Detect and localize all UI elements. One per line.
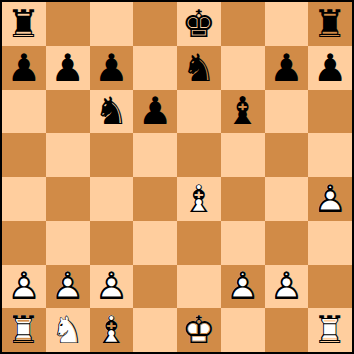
- square-c7[interactable]: ♟: [90, 46, 134, 90]
- black-knight[interactable]: ♞: [177, 46, 221, 90]
- square-g8[interactable]: [265, 2, 309, 46]
- square-a3[interactable]: [2, 221, 46, 265]
- square-a2[interactable]: ♟♙: [2, 265, 46, 309]
- square-h8[interactable]: ♜: [308, 2, 352, 46]
- square-h3[interactable]: [308, 221, 352, 265]
- square-h4[interactable]: ♟♙: [308, 177, 352, 221]
- white-knight[interactable]: ♞♘: [46, 308, 90, 352]
- square-d8[interactable]: [133, 2, 177, 46]
- white-pawn-outline-glyph: ♙: [308, 177, 352, 221]
- square-d7[interactable]: [133, 46, 177, 90]
- black-pawn-glyph: ♟: [265, 46, 309, 90]
- chess-board: ♜♚♜♟♟♟♞♟♟♞♟♝♝♗♟♙♟♙♟♙♟♙♟♙♟♙♜♖♞♘♝♗♚♔♜♖: [0, 0, 354, 354]
- square-d6[interactable]: ♟: [133, 90, 177, 134]
- square-d3[interactable]: [133, 221, 177, 265]
- square-h2[interactable]: [308, 265, 352, 309]
- square-f5[interactable]: [221, 133, 265, 177]
- square-c1[interactable]: ♝♗: [90, 308, 134, 352]
- black-pawn-glyph: ♟: [308, 46, 352, 90]
- black-bishop-glyph: ♝: [221, 90, 265, 134]
- white-pawn-outline-glyph: ♙: [90, 265, 134, 309]
- white-pawn-outline-glyph: ♙: [265, 265, 309, 309]
- square-h7[interactable]: ♟: [308, 46, 352, 90]
- black-pawn[interactable]: ♟: [46, 46, 90, 90]
- square-e5[interactable]: [177, 133, 221, 177]
- square-d4[interactable]: [133, 177, 177, 221]
- square-a1[interactable]: ♜♖: [2, 308, 46, 352]
- square-a5[interactable]: [2, 133, 46, 177]
- square-d2[interactable]: [133, 265, 177, 309]
- black-rook-glyph: ♜: [308, 2, 352, 46]
- square-g6[interactable]: [265, 90, 309, 134]
- white-rook-outline-glyph: ♖: [2, 308, 46, 352]
- black-pawn[interactable]: ♟: [90, 46, 134, 90]
- black-king[interactable]: ♚: [177, 2, 221, 46]
- white-knight-outline-glyph: ♘: [46, 308, 90, 352]
- white-pawn[interactable]: ♟♙: [308, 177, 352, 221]
- white-pawn[interactable]: ♟♙: [265, 265, 309, 309]
- square-g1[interactable]: [265, 308, 309, 352]
- square-d5[interactable]: [133, 133, 177, 177]
- square-a8[interactable]: ♜: [2, 2, 46, 46]
- square-h6[interactable]: [308, 90, 352, 134]
- square-c8[interactable]: [90, 2, 134, 46]
- square-b5[interactable]: [46, 133, 90, 177]
- black-rook[interactable]: ♜: [2, 2, 46, 46]
- square-e6[interactable]: [177, 90, 221, 134]
- square-b8[interactable]: [46, 2, 90, 46]
- black-knight-glyph: ♞: [90, 90, 134, 134]
- white-pawn[interactable]: ♟♙: [90, 265, 134, 309]
- square-c4[interactable]: [90, 177, 134, 221]
- white-pawn-outline-glyph: ♙: [46, 265, 90, 309]
- square-g5[interactable]: [265, 133, 309, 177]
- white-pawn[interactable]: ♟♙: [46, 265, 90, 309]
- black-rook-glyph: ♜: [2, 2, 46, 46]
- black-rook[interactable]: ♜: [308, 2, 352, 46]
- square-g3[interactable]: [265, 221, 309, 265]
- black-pawn[interactable]: ♟: [308, 46, 352, 90]
- square-b7[interactable]: ♟: [46, 46, 90, 90]
- white-rook-outline-glyph: ♖: [308, 308, 352, 352]
- black-knight[interactable]: ♞: [90, 90, 134, 134]
- square-f1[interactable]: [221, 308, 265, 352]
- square-e3[interactable]: [177, 221, 221, 265]
- square-e2[interactable]: [177, 265, 221, 309]
- square-a7[interactable]: ♟: [2, 46, 46, 90]
- square-d1[interactable]: [133, 308, 177, 352]
- white-bishop-outline-glyph: ♗: [90, 308, 134, 352]
- white-pawn[interactable]: ♟♙: [221, 265, 265, 309]
- square-f2[interactable]: ♟♙: [221, 265, 265, 309]
- square-g2[interactable]: ♟♙: [265, 265, 309, 309]
- white-bishop[interactable]: ♝♗: [90, 308, 134, 352]
- white-rook[interactable]: ♜♖: [2, 308, 46, 352]
- square-b4[interactable]: [46, 177, 90, 221]
- white-bishop[interactable]: ♝♗: [177, 177, 221, 221]
- square-e1[interactable]: ♚♔: [177, 308, 221, 352]
- square-c6[interactable]: ♞: [90, 90, 134, 134]
- square-c3[interactable]: [90, 221, 134, 265]
- black-pawn-glyph: ♟: [2, 46, 46, 90]
- white-pawn-outline-glyph: ♙: [221, 265, 265, 309]
- square-e4[interactable]: ♝♗: [177, 177, 221, 221]
- square-h1[interactable]: ♜♖: [308, 308, 352, 352]
- square-f6[interactable]: ♝: [221, 90, 265, 134]
- black-pawn-glyph: ♟: [46, 46, 90, 90]
- black-knight-glyph: ♞: [177, 46, 221, 90]
- square-g4[interactable]: [265, 177, 309, 221]
- square-e7[interactable]: ♞: [177, 46, 221, 90]
- square-f4[interactable]: [221, 177, 265, 221]
- square-f8[interactable]: [221, 2, 265, 46]
- square-b1[interactable]: ♞♘: [46, 308, 90, 352]
- white-pawn[interactable]: ♟♙: [2, 265, 46, 309]
- black-pawn[interactable]: ♟: [2, 46, 46, 90]
- square-a6[interactable]: [2, 90, 46, 134]
- square-g7[interactable]: ♟: [265, 46, 309, 90]
- black-pawn[interactable]: ♟: [133, 90, 177, 134]
- square-c5[interactable]: [90, 133, 134, 177]
- square-e8[interactable]: ♚: [177, 2, 221, 46]
- black-pawn[interactable]: ♟: [265, 46, 309, 90]
- square-b3[interactable]: [46, 221, 90, 265]
- square-c2[interactable]: ♟♙: [90, 265, 134, 309]
- white-king-outline-glyph: ♔: [177, 308, 221, 352]
- black-pawn-glyph: ♟: [133, 90, 177, 134]
- black-pawn-glyph: ♟: [90, 46, 134, 90]
- square-b2[interactable]: ♟♙: [46, 265, 90, 309]
- black-king-glyph: ♚: [177, 2, 221, 46]
- white-king[interactable]: ♚♔: [177, 308, 221, 352]
- square-a4[interactable]: [2, 177, 46, 221]
- square-f7[interactable]: [221, 46, 265, 90]
- white-rook[interactable]: ♜♖: [308, 308, 352, 352]
- square-f3[interactable]: [221, 221, 265, 265]
- square-b6[interactable]: [46, 90, 90, 134]
- black-bishop[interactable]: ♝: [221, 90, 265, 134]
- square-h5[interactable]: [308, 133, 352, 177]
- white-bishop-outline-glyph: ♗: [177, 177, 221, 221]
- white-pawn-outline-glyph: ♙: [2, 265, 46, 309]
